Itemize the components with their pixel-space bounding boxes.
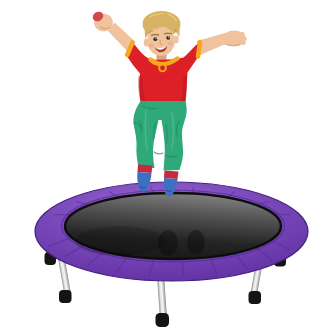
leg-foot-cap [249, 291, 262, 304]
right-eye [166, 36, 170, 40]
right-eye-glint [168, 37, 169, 38]
right-cheek [168, 42, 174, 46]
left-ear [144, 39, 150, 47]
scene-illustration [0, 0, 333, 333]
shirt-right-sleeve-trim [198, 42, 200, 57]
trampoline [35, 182, 308, 327]
mat-reflection-right [187, 230, 205, 254]
photo-canvas [0, 0, 333, 333]
leg-foot-cap [156, 313, 170, 327]
left-cheek [149, 44, 155, 48]
left-eye [153, 37, 157, 41]
right-fist-knuckle [240, 32, 245, 37]
boy-right-arm [197, 31, 247, 57]
left-sock-cuff [138, 165, 153, 174]
right-ear [173, 36, 179, 44]
boy-head [143, 11, 181, 56]
right-sock-cuff [164, 171, 179, 180]
right-fist-knuckle [241, 41, 245, 45]
leg-tube [157, 278, 167, 316]
jumping-boy [91, 10, 247, 197]
left-eye-glint [155, 38, 156, 39]
chest-badge-center [160, 66, 165, 71]
mat-shadow-area [75, 226, 165, 256]
boy-trousers [133, 101, 186, 171]
trampoline-leg-center-front [156, 278, 170, 327]
trousers-shape [133, 101, 186, 171]
right-fist-knuckle [242, 36, 247, 41]
leg-foot-cap [59, 290, 72, 303]
